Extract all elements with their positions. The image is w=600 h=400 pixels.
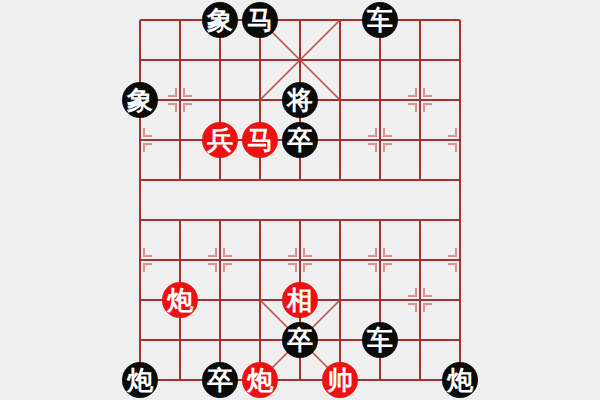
piece-disc: 象 bbox=[122, 82, 158, 118]
piece-disc: 马 bbox=[242, 2, 278, 38]
piece-black-elephant[interactable]: 象 bbox=[120, 80, 160, 120]
piece-glyph: 车 bbox=[367, 7, 393, 33]
piece-glyph: 炮 bbox=[127, 367, 153, 393]
piece-disc: 炮 bbox=[442, 362, 478, 398]
piece-glyph: 卒 bbox=[287, 127, 313, 153]
xiangqi-board: 象马车象将兵马卒炮相卒车炮卒炮帅炮 bbox=[120, 0, 480, 400]
piece-red-cannon[interactable]: 炮 bbox=[240, 360, 280, 400]
piece-red-elephant[interactable]: 相 bbox=[280, 280, 320, 320]
piece-glyph: 象 bbox=[127, 87, 153, 113]
piece-glyph: 卒 bbox=[207, 367, 233, 393]
xiangqi-app-background: 象马车象将兵马卒炮相卒车炮卒炮帅炮 bbox=[0, 0, 600, 400]
piece-disc: 车 bbox=[362, 322, 398, 358]
piece-red-general[interactable]: 帅 bbox=[320, 360, 360, 400]
piece-glyph: 相 bbox=[287, 287, 313, 313]
piece-disc: 卒 bbox=[282, 122, 318, 158]
piece-glyph: 兵 bbox=[207, 127, 233, 153]
piece-black-soldier[interactable]: 卒 bbox=[200, 360, 240, 400]
piece-black-soldier[interactable]: 卒 bbox=[280, 320, 320, 360]
piece-black-chariot[interactable]: 车 bbox=[360, 0, 400, 40]
piece-glyph: 马 bbox=[247, 127, 273, 153]
piece-disc: 炮 bbox=[242, 362, 278, 398]
piece-glyph: 炮 bbox=[167, 287, 193, 313]
piece-black-horse[interactable]: 马 bbox=[240, 0, 280, 40]
piece-red-horse[interactable]: 马 bbox=[240, 120, 280, 160]
piece-glyph: 炮 bbox=[247, 367, 273, 393]
piece-disc: 帅 bbox=[322, 362, 358, 398]
piece-glyph: 将 bbox=[287, 87, 313, 113]
piece-black-soldier[interactable]: 卒 bbox=[280, 120, 320, 160]
piece-glyph: 炮 bbox=[447, 367, 473, 393]
piece-disc: 马 bbox=[242, 122, 278, 158]
piece-glyph: 帅 bbox=[327, 367, 353, 393]
piece-black-elephant[interactable]: 象 bbox=[200, 0, 240, 40]
piece-red-soldier[interactable]: 兵 bbox=[200, 120, 240, 160]
piece-disc: 卒 bbox=[282, 322, 318, 358]
piece-black-cannon[interactable]: 炮 bbox=[120, 360, 160, 400]
piece-disc: 卒 bbox=[202, 362, 238, 398]
piece-disc: 将 bbox=[282, 82, 318, 118]
piece-glyph: 象 bbox=[207, 7, 233, 33]
piece-glyph: 车 bbox=[367, 327, 393, 353]
piece-black-general[interactable]: 将 bbox=[280, 80, 320, 120]
piece-disc: 相 bbox=[282, 282, 318, 318]
piece-glyph: 马 bbox=[247, 7, 273, 33]
piece-disc: 象 bbox=[202, 2, 238, 38]
piece-disc: 兵 bbox=[202, 122, 238, 158]
piece-red-cannon[interactable]: 炮 bbox=[160, 280, 200, 320]
piece-glyph: 卒 bbox=[287, 327, 313, 353]
piece-black-chariot[interactable]: 车 bbox=[360, 320, 400, 360]
piece-disc: 炮 bbox=[122, 362, 158, 398]
pieces-grid: 象马车象将兵马卒炮相卒车炮卒炮帅炮 bbox=[120, 0, 480, 400]
piece-black-cannon[interactable]: 炮 bbox=[440, 360, 480, 400]
piece-disc: 车 bbox=[362, 2, 398, 38]
piece-disc: 炮 bbox=[162, 282, 198, 318]
